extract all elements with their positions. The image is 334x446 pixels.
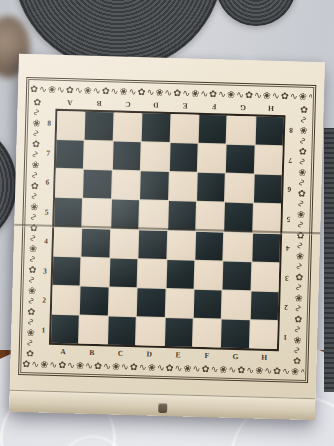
square-d6 xyxy=(140,171,168,200)
coordinate-label: 1 xyxy=(37,315,50,345)
metal-latch xyxy=(158,403,167,413)
square-h8 xyxy=(255,116,283,145)
coordinate-label: 8 xyxy=(285,115,298,145)
square-h2 xyxy=(250,291,278,320)
photo-scene: ✿∿❀∿✿∿❀∿✿∿❀∿✿∿❀∿✿∿❀∿✿∿❀∿✿∿❀∿✿∿❀∿✿∿❀∿✿∿❀∿… xyxy=(0,0,334,446)
square-c5 xyxy=(111,200,139,229)
coordinate-label: H xyxy=(257,102,286,115)
coordinate-label: G xyxy=(228,102,257,115)
coordinate-label: E xyxy=(170,100,199,113)
square-g3 xyxy=(223,261,251,290)
coordinate-label: F xyxy=(199,101,228,114)
square-a7 xyxy=(56,140,84,169)
square-d1 xyxy=(136,317,164,346)
square-b3 xyxy=(81,257,109,286)
placemat-right-edge xyxy=(324,128,334,392)
square-f4 xyxy=(195,231,223,260)
square-e7 xyxy=(169,143,197,172)
square-b5 xyxy=(83,199,111,228)
coordinate-label: 3 xyxy=(39,256,52,286)
square-c8 xyxy=(113,112,141,141)
coordinate-label: 2 xyxy=(280,292,293,322)
square-g5 xyxy=(224,203,252,232)
coordinate-label: 4 xyxy=(281,233,294,263)
square-c1 xyxy=(108,316,136,345)
square-b4 xyxy=(82,228,110,257)
square-b7 xyxy=(84,141,112,170)
square-e2 xyxy=(165,289,193,318)
coordinate-label: G xyxy=(221,350,250,363)
square-h3 xyxy=(251,262,279,291)
coordinate-label: 4 xyxy=(39,226,52,256)
square-e5 xyxy=(168,201,196,230)
square-d7 xyxy=(141,142,169,171)
coordinate-label: 1 xyxy=(279,322,292,352)
coordinate-label: 3 xyxy=(281,263,294,293)
square-d5 xyxy=(139,201,167,230)
square-g6 xyxy=(225,174,253,203)
coordinate-label: C xyxy=(106,346,135,359)
square-f5 xyxy=(196,202,224,231)
square-d8 xyxy=(142,113,170,142)
square-e4 xyxy=(167,231,195,260)
coordinate-label: A xyxy=(56,97,85,110)
square-e3 xyxy=(166,260,194,289)
square-a8 xyxy=(57,111,85,140)
coordinate-label: 2 xyxy=(38,285,51,315)
square-d2 xyxy=(137,288,165,317)
square-e8 xyxy=(170,114,198,143)
square-g4 xyxy=(224,232,252,261)
square-f6 xyxy=(197,173,225,202)
square-f2 xyxy=(194,290,222,319)
square-c7 xyxy=(113,142,141,171)
coordinate-label: B xyxy=(84,98,113,111)
coordinate-label: H xyxy=(250,350,279,363)
square-e6 xyxy=(169,172,197,201)
square-c6 xyxy=(112,171,140,200)
square-f1 xyxy=(193,319,221,348)
coordinate-label: D xyxy=(142,99,171,112)
board-face: ✿∿❀∿✿∿❀∿✿∿❀∿✿∿❀∿✿∿❀∿✿∿❀∿✿∿❀∿✿∿❀∿✿∿❀∿✿∿❀∿… xyxy=(10,54,325,398)
square-a5 xyxy=(54,198,82,227)
coordinate-label: 6 xyxy=(283,174,296,204)
square-b2 xyxy=(80,286,108,315)
coordinate-label: 5 xyxy=(40,197,53,227)
square-h6 xyxy=(254,175,282,204)
square-d4 xyxy=(139,230,167,259)
square-f7 xyxy=(198,144,226,173)
coordinate-label: D xyxy=(135,347,164,360)
square-g2 xyxy=(222,290,250,319)
square-c2 xyxy=(109,287,137,316)
coordinate-label: C xyxy=(113,98,142,111)
square-h1 xyxy=(250,320,278,349)
coordinate-label: 7 xyxy=(284,145,297,175)
coordinate-label: A xyxy=(49,345,78,358)
coordinate-label: 8 xyxy=(43,109,56,139)
square-a6 xyxy=(55,169,83,198)
square-a1 xyxy=(51,315,79,344)
square-b6 xyxy=(83,170,111,199)
square-b1 xyxy=(79,315,107,344)
coordinate-label: 6 xyxy=(41,167,54,197)
square-h7 xyxy=(254,146,282,175)
square-g8 xyxy=(227,116,255,145)
square-b8 xyxy=(85,112,113,141)
coordinate-label: B xyxy=(77,346,106,359)
square-a4 xyxy=(53,227,81,256)
square-c4 xyxy=(110,229,138,258)
square-h5 xyxy=(253,204,281,233)
square-d3 xyxy=(138,259,166,288)
coordinate-label: 5 xyxy=(282,204,295,234)
coordinate-label: F xyxy=(192,349,221,362)
coordinate-label: 7 xyxy=(42,138,55,168)
square-f3 xyxy=(194,260,222,289)
square-c3 xyxy=(109,258,137,287)
square-g1 xyxy=(221,319,249,348)
square-f8 xyxy=(199,115,227,144)
square-e1 xyxy=(164,318,192,347)
chess-board: ✿∿❀∿✿∿❀∿✿∿❀∿✿∿❀∿✿∿❀∿✿∿❀∿✿∿❀∿✿∿❀∿✿∿❀∿✿∿❀∿… xyxy=(9,54,325,420)
square-h4 xyxy=(252,233,280,262)
square-a3 xyxy=(53,256,81,285)
square-g7 xyxy=(226,145,254,174)
coordinate-label: E xyxy=(164,348,193,361)
square-a2 xyxy=(52,286,80,315)
